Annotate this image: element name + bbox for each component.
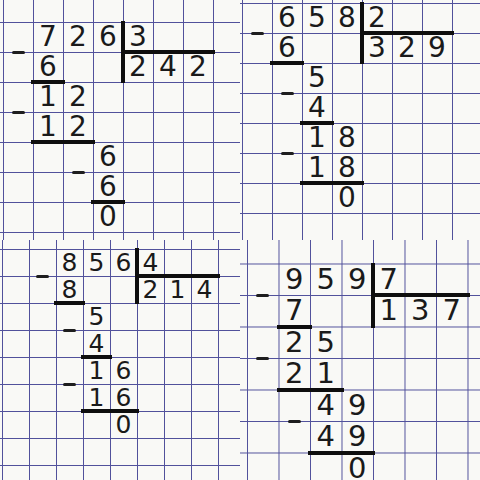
digit-cell: 4 [153, 52, 183, 82]
digit-cell: 3 [362, 33, 392, 63]
minus-sign [12, 51, 25, 54]
digit-cell: 7 [436, 295, 468, 327]
digit-cell: 2 [63, 112, 93, 142]
digit-cell: 7 [279, 295, 311, 327]
digit-cell: 9 [279, 264, 311, 296]
digit-cell: 4 [137, 249, 164, 276]
division-bracket-horizontal-bar [121, 50, 215, 54]
minus-sign [288, 420, 301, 423]
digit-cell: 7 [33, 22, 63, 52]
digit-cell: 0 [332, 183, 362, 213]
subtraction-underline [277, 325, 313, 329]
problem-bottom-left-856-div-4: 856482145416160 [0, 240, 240, 480]
subtraction-underline [81, 355, 112, 359]
minus-sign [63, 329, 76, 332]
digit-cell: 1 [302, 123, 332, 153]
digit-cell: 5 [310, 327, 342, 359]
digit-cell: 9 [342, 390, 374, 422]
digit-cell: 6 [272, 3, 302, 33]
digit-cell: 8 [332, 153, 362, 183]
minus-sign [12, 111, 25, 114]
minus-sign [256, 357, 269, 360]
digit-cell: 5 [302, 3, 332, 33]
problem-top-right-658-div-2: 658263295418180 [240, 0, 480, 240]
minus-sign [281, 92, 294, 95]
division-bracket-horizontal-bar [371, 293, 470, 297]
division-bracket-horizontal-bar [360, 31, 454, 35]
subtraction-underline [300, 121, 334, 125]
digit-cell: 1 [83, 357, 110, 384]
digit-cell: 2 [183, 52, 213, 82]
subtraction-underline [277, 388, 344, 392]
digit-cell: 5 [310, 264, 342, 296]
subtraction-underline [270, 61, 304, 65]
digit-cell: 4 [302, 93, 332, 123]
digit-cell: 1 [33, 82, 63, 112]
digit-cell: 8 [332, 3, 362, 33]
subtraction-underline [54, 301, 85, 305]
digit-cell: 9 [342, 421, 374, 453]
problem-top-left-726-div-3: 726362421212660 [0, 0, 240, 240]
digit-cell: 5 [83, 303, 110, 330]
digit-cell: 1 [302, 153, 332, 183]
digit-cell: 8 [56, 276, 83, 303]
subtraction-underline [300, 181, 364, 185]
subtraction-underline [81, 409, 139, 413]
digit-cell: 5 [302, 63, 332, 93]
minus-sign [256, 294, 269, 297]
minus-sign [251, 32, 264, 35]
digit-cell: 6 [33, 52, 63, 82]
digit-cell: 6 [93, 142, 123, 172]
digit-cell: 6 [110, 384, 137, 411]
digit-cell: 8 [332, 123, 362, 153]
digit-cell: 4 [191, 276, 218, 303]
digit-cell: 0 [342, 453, 374, 480]
minus-sign [281, 152, 294, 155]
digit-cell: 2 [137, 276, 164, 303]
minus-sign [63, 383, 76, 386]
digit-cell: 3 [123, 22, 153, 52]
digit-cell: 3 [405, 295, 437, 327]
subtraction-underline [308, 451, 375, 455]
digit-cell: 6 [110, 357, 137, 384]
digit-cell: 4 [83, 330, 110, 357]
digit-cell: 2 [63, 82, 93, 112]
digit-cell: 8 [56, 249, 83, 276]
division-bracket-horizontal-bar [135, 274, 220, 278]
digit-cell: 2 [123, 52, 153, 82]
division-worksheet: 726362421212660 658263295418180 85648214… [0, 0, 480, 480]
digit-cell: 9 [422, 33, 452, 63]
digit-cell: 4 [310, 390, 342, 422]
digit-cell: 2 [392, 33, 422, 63]
minus-sign [36, 275, 49, 278]
digit-cell: 2 [279, 327, 311, 359]
digit-cell: 1 [83, 384, 110, 411]
digit-cell: 0 [93, 202, 123, 232]
digit-cell: 4 [310, 421, 342, 453]
digit-cell: 9 [342, 264, 374, 296]
digit-cell: 1 [373, 295, 405, 327]
digit-cell: 2 [362, 3, 392, 33]
digit-cell: 0 [110, 411, 137, 438]
subtraction-underline [31, 80, 65, 84]
digit-cell: 7 [373, 264, 405, 296]
problem-bottom-right-959-div-7: 95977137252149490 [240, 240, 480, 480]
subtraction-underline [91, 200, 125, 204]
digit-cell: 1 [164, 276, 191, 303]
digit-cell: 2 [279, 358, 311, 390]
minus-sign [72, 171, 85, 174]
digit-cell: 2 [63, 22, 93, 52]
digit-cell: 6 [272, 33, 302, 63]
digit-cell: 6 [93, 172, 123, 202]
digit-cell: 6 [110, 249, 137, 276]
digit-cell: 6 [93, 22, 123, 52]
digit-cell: 5 [83, 249, 110, 276]
digit-cell: 1 [310, 358, 342, 390]
subtraction-underline [31, 140, 95, 144]
digit-cell: 1 [33, 112, 63, 142]
